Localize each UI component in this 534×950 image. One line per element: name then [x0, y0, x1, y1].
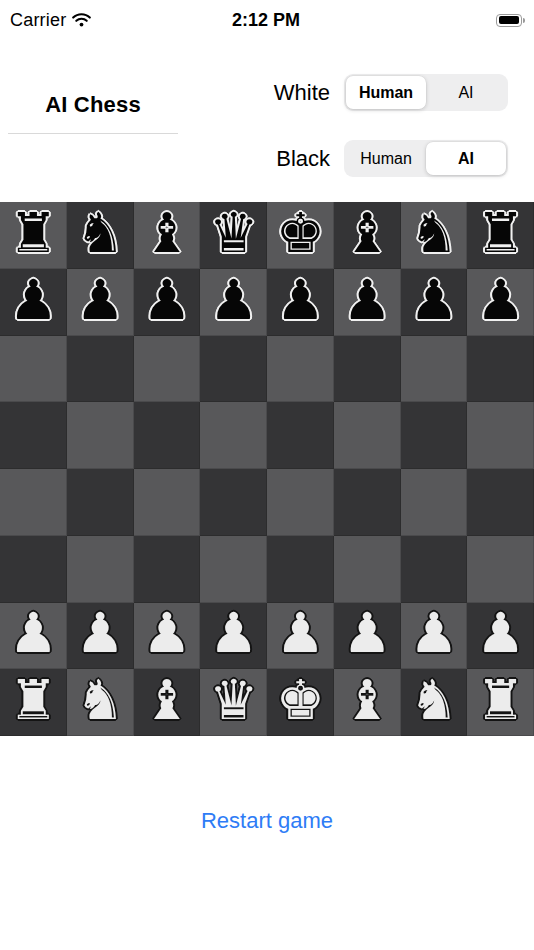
square-b2[interactable]: ♟ [67, 603, 134, 670]
white-pawn-piece: ♟ [142, 606, 191, 661]
white-pawn-piece: ♟ [9, 606, 58, 661]
black-queen-piece: ♛ [209, 206, 258, 261]
square-d4[interactable] [200, 469, 267, 536]
black-pawn-piece: ♟ [142, 273, 191, 328]
player-controls: White Human AI Black Human AI [274, 74, 508, 177]
square-d6[interactable] [200, 336, 267, 403]
white-king-piece: ♚ [276, 673, 325, 728]
white-human-segment[interactable]: Human [346, 76, 426, 109]
restart-game-button[interactable]: Restart game [201, 808, 333, 834]
black-pawn-piece: ♟ [276, 273, 325, 328]
square-b4[interactable] [67, 469, 134, 536]
square-b8[interactable]: ♞ [67, 202, 134, 269]
square-c3[interactable] [134, 536, 201, 603]
black-rook-piece: ♜ [476, 206, 525, 261]
black-bishop-piece: ♝ [342, 206, 391, 261]
title-wrap: AI Chess [8, 74, 178, 134]
square-f6[interactable] [334, 336, 401, 403]
white-queen-piece: ♛ [209, 673, 258, 728]
black-knight-piece: ♞ [409, 206, 458, 261]
square-e1[interactable]: ♚ [267, 669, 334, 736]
square-g8[interactable]: ♞ [401, 202, 468, 269]
square-a7[interactable]: ♟ [0, 269, 67, 336]
battery-icon [496, 14, 522, 27]
square-h2[interactable]: ♟ [467, 603, 534, 670]
square-g2[interactable]: ♟ [401, 603, 468, 670]
square-g6[interactable] [401, 336, 468, 403]
square-e4[interactable] [267, 469, 334, 536]
black-bishop-piece: ♝ [142, 206, 191, 261]
black-human-segment[interactable]: Human [346, 142, 426, 175]
status-time: 2:12 PM [130, 10, 342, 31]
square-f2[interactable]: ♟ [334, 603, 401, 670]
white-pawn-piece: ♟ [409, 606, 458, 661]
white-pawn-piece: ♟ [476, 606, 525, 661]
white-pawn-piece: ♟ [209, 606, 258, 661]
square-d5[interactable] [200, 402, 267, 469]
square-e6[interactable] [267, 336, 334, 403]
black-pawn-piece: ♟ [342, 273, 391, 328]
black-pawn-piece: ♟ [9, 273, 58, 328]
square-h8[interactable]: ♜ [467, 202, 534, 269]
black-player-segmented-control[interactable]: Human AI [344, 140, 508, 177]
square-h3[interactable] [467, 536, 534, 603]
square-b1[interactable]: ♞ [67, 669, 134, 736]
screen: Carrier 2:12 PM AI Chess White [0, 0, 534, 950]
square-a8[interactable]: ♜ [0, 202, 67, 269]
square-c7[interactable]: ♟ [134, 269, 201, 336]
square-f1[interactable]: ♝ [334, 669, 401, 736]
square-g7[interactable]: ♟ [401, 269, 468, 336]
square-e8[interactable]: ♚ [267, 202, 334, 269]
white-rook-piece: ♜ [476, 673, 525, 728]
square-d2[interactable]: ♟ [200, 603, 267, 670]
white-player-label: White [274, 80, 330, 106]
white-pawn-piece: ♟ [75, 606, 124, 661]
square-a4[interactable] [0, 469, 67, 536]
black-pawn-piece: ♟ [75, 273, 124, 328]
square-e7[interactable]: ♟ [267, 269, 334, 336]
square-c5[interactable] [134, 402, 201, 469]
black-knight-piece: ♞ [75, 206, 124, 261]
square-f7[interactable]: ♟ [334, 269, 401, 336]
square-b5[interactable] [67, 402, 134, 469]
chess-board: ♜♞♝♛♚♝♞♜♟♟♟♟♟♟♟♟♟♟♟♟♟♟♟♟♜♞♝♛♚♝♞♜ [0, 202, 534, 736]
white-player-row: White Human AI [274, 74, 508, 111]
square-c4[interactable] [134, 469, 201, 536]
square-g3[interactable] [401, 536, 468, 603]
square-a1[interactable]: ♜ [0, 669, 67, 736]
white-bishop-piece: ♝ [342, 673, 391, 728]
square-f8[interactable]: ♝ [334, 202, 401, 269]
footer: Restart game [0, 808, 534, 834]
square-c1[interactable]: ♝ [134, 669, 201, 736]
square-h4[interactable] [467, 469, 534, 536]
black-player-label: Black [276, 146, 330, 172]
square-b6[interactable] [67, 336, 134, 403]
carrier-label: Carrier [10, 10, 66, 31]
square-f4[interactable] [334, 469, 401, 536]
white-ai-segment[interactable]: AI [426, 76, 506, 109]
square-c2[interactable]: ♟ [134, 603, 201, 670]
square-h5[interactable] [467, 402, 534, 469]
square-c6[interactable] [134, 336, 201, 403]
square-b3[interactable] [67, 536, 134, 603]
square-g1[interactable]: ♞ [401, 669, 468, 736]
wifi-icon [72, 13, 91, 27]
square-h6[interactable] [467, 336, 534, 403]
square-a3[interactable] [0, 536, 67, 603]
square-a6[interactable] [0, 336, 67, 403]
white-bishop-piece: ♝ [142, 673, 191, 728]
white-pawn-piece: ♟ [342, 606, 391, 661]
status-bar: Carrier 2:12 PM [0, 0, 534, 40]
black-rook-piece: ♜ [9, 206, 58, 261]
black-king-piece: ♚ [276, 206, 325, 261]
page-title: AI Chess [8, 92, 178, 118]
black-pawn-piece: ♟ [476, 273, 525, 328]
black-pawn-piece: ♟ [409, 273, 458, 328]
square-h7[interactable]: ♟ [467, 269, 534, 336]
white-pawn-piece: ♟ [276, 606, 325, 661]
white-rook-piece: ♜ [9, 673, 58, 728]
square-d3[interactable] [200, 536, 267, 603]
square-d1[interactable]: ♛ [200, 669, 267, 736]
square-h1[interactable]: ♜ [467, 669, 534, 736]
square-a5[interactable] [0, 402, 67, 469]
square-d7[interactable]: ♟ [200, 269, 267, 336]
white-knight-piece: ♞ [409, 673, 458, 728]
square-d8[interactable]: ♛ [200, 202, 267, 269]
square-f5[interactable] [334, 402, 401, 469]
square-e5[interactable] [267, 402, 334, 469]
square-g4[interactable] [401, 469, 468, 536]
white-knight-piece: ♞ [75, 673, 124, 728]
square-c8[interactable]: ♝ [134, 202, 201, 269]
status-right [342, 14, 522, 27]
header: AI Chess White Human AI Black Human AI [0, 74, 534, 177]
square-a2[interactable]: ♟ [0, 603, 67, 670]
square-g5[interactable] [401, 402, 468, 469]
black-ai-segment[interactable]: AI [426, 142, 506, 175]
white-player-segmented-control[interactable]: Human AI [344, 74, 508, 111]
square-f3[interactable] [334, 536, 401, 603]
square-e3[interactable] [267, 536, 334, 603]
black-pawn-piece: ♟ [209, 273, 258, 328]
square-b7[interactable]: ♟ [67, 269, 134, 336]
black-player-row: Black Human AI [274, 140, 508, 177]
square-e2[interactable]: ♟ [267, 603, 334, 670]
